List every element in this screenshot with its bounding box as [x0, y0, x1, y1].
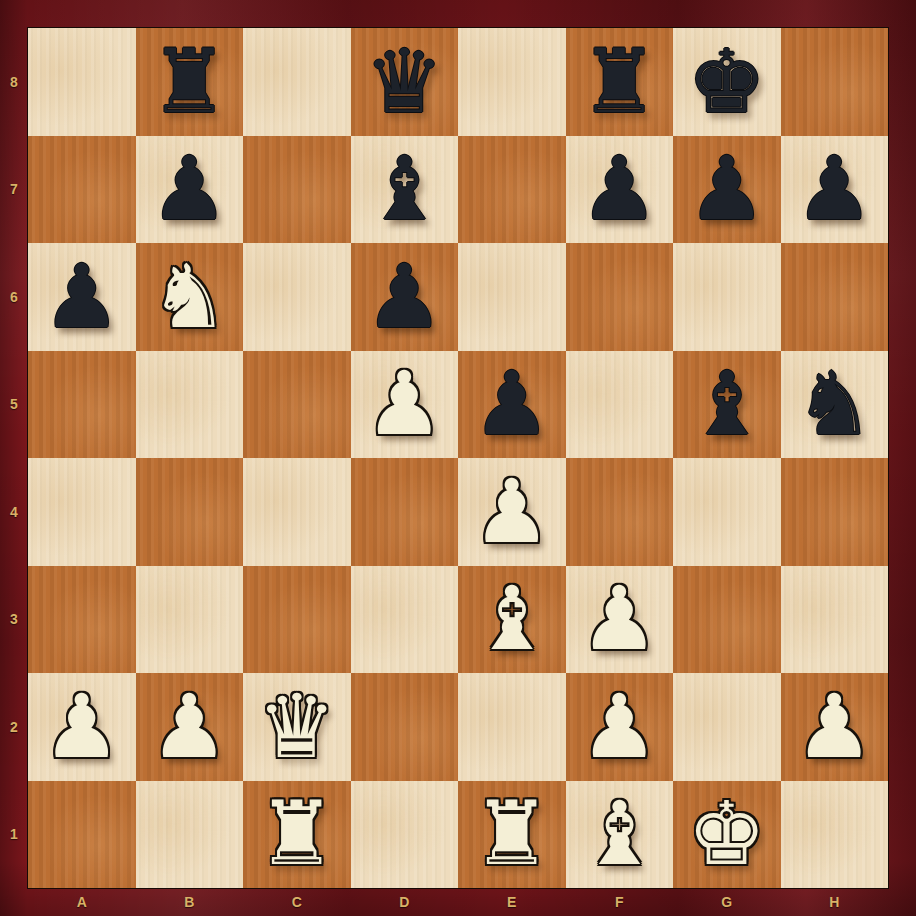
square-g1[interactable]: ♚ [673, 781, 781, 889]
square-c3[interactable] [243, 566, 351, 674]
rank-label-8: 8 [0, 28, 28, 136]
black-rook-icon[interactable]: ♜ [136, 28, 244, 136]
square-a5[interactable] [28, 351, 136, 459]
square-g6[interactable] [673, 243, 781, 351]
square-h5[interactable]: ♞ [781, 351, 889, 459]
square-f6[interactable] [566, 243, 674, 351]
square-f2[interactable]: ♟ [566, 673, 674, 781]
black-rook-icon[interactable]: ♜ [566, 28, 674, 136]
white-pawn-icon[interactable]: ♟ [351, 351, 459, 459]
square-f4[interactable] [566, 458, 674, 566]
square-e8[interactable] [458, 28, 566, 136]
square-g8[interactable]: ♚ [673, 28, 781, 136]
square-e5[interactable]: ♟ [458, 351, 566, 459]
black-pawn-icon[interactable]: ♟ [566, 136, 674, 244]
square-d7[interactable]: ♝ [351, 136, 459, 244]
white-rook-icon[interactable]: ♜ [458, 781, 566, 889]
rank-label-2: 2 [0, 673, 28, 781]
chessboard-frame: ♜♛♜♚♟♝♟♟♟♟♞♟♟♟♝♞♟♝♟♟♟♛♟♟♜♜♝♚ 87654321 AB… [0, 0, 916, 916]
white-queen-icon[interactable]: ♛ [243, 673, 351, 781]
square-e6[interactable] [458, 243, 566, 351]
square-h1[interactable] [781, 781, 889, 889]
square-c4[interactable] [243, 458, 351, 566]
square-f5[interactable] [566, 351, 674, 459]
black-pawn-icon[interactable]: ♟ [673, 136, 781, 244]
black-pawn-icon[interactable]: ♟ [351, 243, 459, 351]
square-e4[interactable]: ♟ [458, 458, 566, 566]
square-b3[interactable] [136, 566, 244, 674]
square-b8[interactable]: ♜ [136, 28, 244, 136]
square-b7[interactable]: ♟ [136, 136, 244, 244]
square-a8[interactable] [28, 28, 136, 136]
white-pawn-icon[interactable]: ♟ [566, 673, 674, 781]
square-h2[interactable]: ♟ [781, 673, 889, 781]
chessboard: ♜♛♜♚♟♝♟♟♟♟♞♟♟♟♝♞♟♝♟♟♟♛♟♟♜♜♝♚ [28, 28, 888, 888]
file-label-f: F [566, 888, 674, 916]
square-g7[interactable]: ♟ [673, 136, 781, 244]
square-g2[interactable] [673, 673, 781, 781]
square-d8[interactable]: ♛ [351, 28, 459, 136]
black-king-icon[interactable]: ♚ [673, 28, 781, 136]
black-pawn-icon[interactable]: ♟ [136, 136, 244, 244]
square-c1[interactable]: ♜ [243, 781, 351, 889]
white-pawn-icon[interactable]: ♟ [458, 458, 566, 566]
square-c2[interactable]: ♛ [243, 673, 351, 781]
square-c7[interactable] [243, 136, 351, 244]
square-a1[interactable] [28, 781, 136, 889]
square-c5[interactable] [243, 351, 351, 459]
square-d6[interactable]: ♟ [351, 243, 459, 351]
square-h4[interactable] [781, 458, 889, 566]
square-e1[interactable]: ♜ [458, 781, 566, 889]
file-label-e: E [458, 888, 566, 916]
square-f1[interactable]: ♝ [566, 781, 674, 889]
black-queen-icon[interactable]: ♛ [351, 28, 459, 136]
square-e2[interactable] [458, 673, 566, 781]
square-b1[interactable] [136, 781, 244, 889]
file-label-d: D [351, 888, 459, 916]
file-label-h: H [781, 888, 889, 916]
square-a4[interactable] [28, 458, 136, 566]
rank-label-7: 7 [0, 136, 28, 244]
square-b2[interactable]: ♟ [136, 673, 244, 781]
square-e7[interactable] [458, 136, 566, 244]
square-g3[interactable] [673, 566, 781, 674]
square-g5[interactable]: ♝ [673, 351, 781, 459]
square-g4[interactable] [673, 458, 781, 566]
square-d5[interactable]: ♟ [351, 351, 459, 459]
square-d2[interactable] [351, 673, 459, 781]
white-knight-icon[interactable]: ♞ [136, 243, 244, 351]
square-a3[interactable] [28, 566, 136, 674]
white-pawn-icon[interactable]: ♟ [136, 673, 244, 781]
white-pawn-icon[interactable]: ♟ [781, 673, 889, 781]
square-f3[interactable]: ♟ [566, 566, 674, 674]
black-pawn-icon[interactable]: ♟ [781, 136, 889, 244]
square-c6[interactable] [243, 243, 351, 351]
file-label-g: G [673, 888, 781, 916]
rank-label-1: 1 [0, 781, 28, 889]
square-d1[interactable] [351, 781, 459, 889]
square-a6[interactable]: ♟ [28, 243, 136, 351]
square-e3[interactable]: ♝ [458, 566, 566, 674]
rank-label-5: 5 [0, 351, 28, 459]
square-b5[interactable] [136, 351, 244, 459]
black-bishop-icon[interactable]: ♝ [351, 136, 459, 244]
white-king-icon[interactable]: ♚ [673, 781, 781, 889]
white-pawn-icon[interactable]: ♟ [566, 566, 674, 674]
rank-label-6: 6 [0, 243, 28, 351]
black-knight-icon[interactable]: ♞ [781, 351, 889, 459]
square-h7[interactable]: ♟ [781, 136, 889, 244]
white-pawn-icon[interactable]: ♟ [28, 673, 136, 781]
black-pawn-icon[interactable]: ♟ [28, 243, 136, 351]
file-label-c: C [243, 888, 351, 916]
square-b4[interactable] [136, 458, 244, 566]
square-a2[interactable]: ♟ [28, 673, 136, 781]
square-h6[interactable] [781, 243, 889, 351]
square-b6[interactable]: ♞ [136, 243, 244, 351]
file-label-b: B [136, 888, 244, 916]
square-f8[interactable]: ♜ [566, 28, 674, 136]
square-h8[interactable] [781, 28, 889, 136]
rank-label-4: 4 [0, 458, 28, 566]
square-d4[interactable] [351, 458, 459, 566]
square-a7[interactable] [28, 136, 136, 244]
file-label-a: A [28, 888, 136, 916]
black-pawn-icon[interactable]: ♟ [458, 351, 566, 459]
square-h3[interactable] [781, 566, 889, 674]
black-bishop-icon[interactable]: ♝ [673, 351, 781, 459]
white-rook-icon[interactable]: ♜ [243, 781, 351, 889]
square-d3[interactable] [351, 566, 459, 674]
white-bishop-icon[interactable]: ♝ [566, 781, 674, 889]
square-c8[interactable] [243, 28, 351, 136]
rank-label-3: 3 [0, 566, 28, 674]
square-f7[interactable]: ♟ [566, 136, 674, 244]
white-bishop-icon[interactable]: ♝ [458, 566, 566, 674]
